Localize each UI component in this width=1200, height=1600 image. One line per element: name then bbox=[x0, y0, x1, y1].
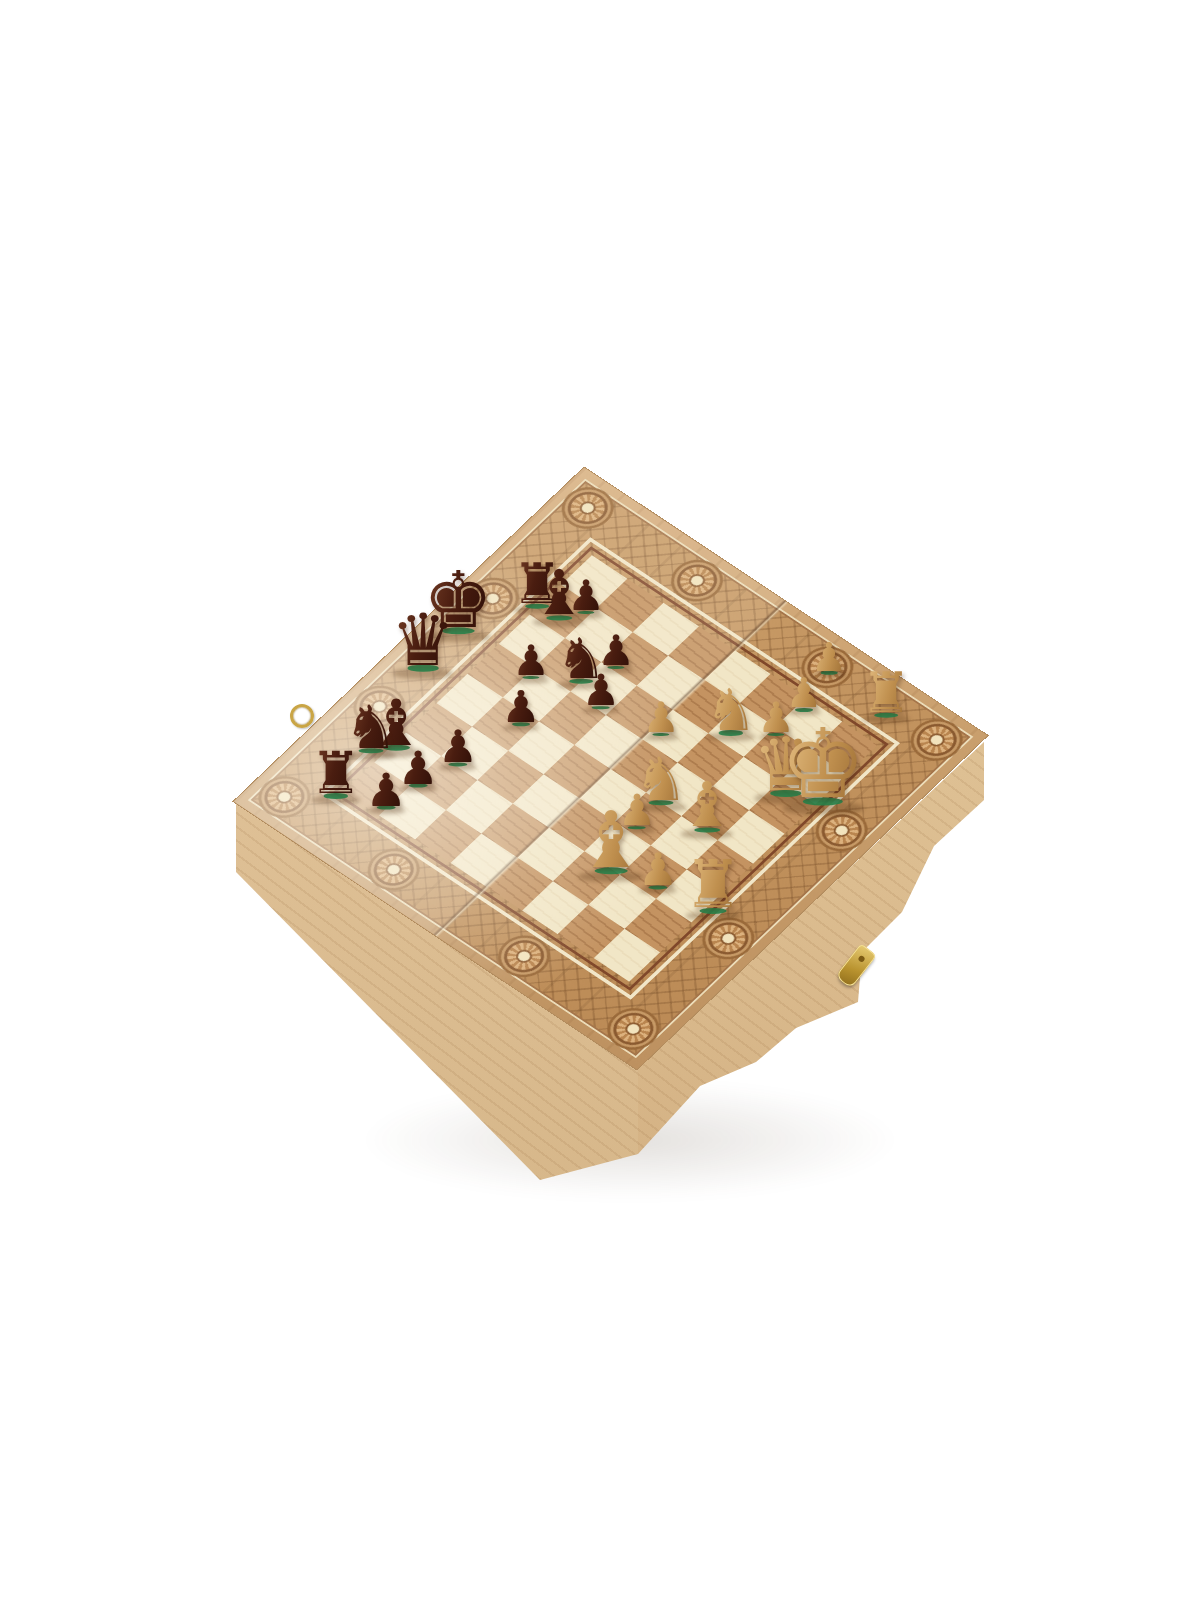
piece-glyph: ♟ bbox=[582, 669, 621, 712]
dark-queen[interactable]: ♛ bbox=[391, 604, 456, 676]
dark-pawn[interactable]: ♟ bbox=[501, 685, 540, 729]
dark-bishop[interactable]: ♝ bbox=[531, 562, 587, 624]
piece-glyph: ♝ bbox=[679, 774, 735, 836]
light-bishop[interactable]: ♝ bbox=[679, 774, 735, 836]
light-king[interactable]: ♚ bbox=[780, 716, 866, 812]
dark-pawn[interactable]: ♟ bbox=[365, 767, 406, 813]
piece-glyph: ♞ bbox=[705, 681, 757, 739]
light-rook[interactable]: ♜ bbox=[683, 852, 742, 918]
piece-glyph: ♟ bbox=[501, 685, 540, 729]
dark-pawn[interactable]: ♟ bbox=[582, 669, 621, 712]
light-pawn[interactable]: ♟ bbox=[638, 847, 678, 892]
piece-glyph: ♟ bbox=[512, 640, 550, 682]
pieces-layer: ♜♟♝♚♛♟♟♟♞♟♟♜♟♞♟♟♝♞♟♟♛♜♚♞♟♟♝♝♟♜ bbox=[0, 0, 1200, 1600]
piece-glyph: ♜ bbox=[861, 665, 911, 721]
piece-glyph: ♟ bbox=[638, 847, 678, 892]
piece-glyph: ♝ bbox=[576, 801, 646, 879]
light-knight[interactable]: ♞ bbox=[705, 681, 757, 739]
piece-glyph: ♝ bbox=[531, 562, 587, 624]
light-rook[interactable]: ♜ bbox=[861, 665, 911, 721]
piece-glyph: ♟ bbox=[642, 697, 680, 739]
piece-glyph: ♛ bbox=[391, 604, 456, 676]
piece-glyph: ♟ bbox=[365, 767, 406, 813]
dark-rook[interactable]: ♜ bbox=[310, 744, 362, 802]
piece-glyph: ♜ bbox=[310, 744, 362, 802]
dark-pawn[interactable]: ♟ bbox=[438, 724, 478, 769]
piece-glyph: ♚ bbox=[780, 716, 866, 812]
product-photo-canvas: chess ♜♟♝♚♛♟♟♟♞♟♟♜♟♞♟♟♝♞♟♟♛♜♚♞♟♟♝♝♟♜ bbox=[0, 0, 1200, 1600]
light-pawn[interactable]: ♟ bbox=[642, 697, 680, 739]
piece-glyph: ♜ bbox=[683, 852, 742, 918]
dark-pawn[interactable]: ♟ bbox=[512, 640, 550, 682]
light-bishop[interactable]: ♝ bbox=[576, 801, 646, 879]
piece-glyph: ♟ bbox=[438, 724, 478, 769]
